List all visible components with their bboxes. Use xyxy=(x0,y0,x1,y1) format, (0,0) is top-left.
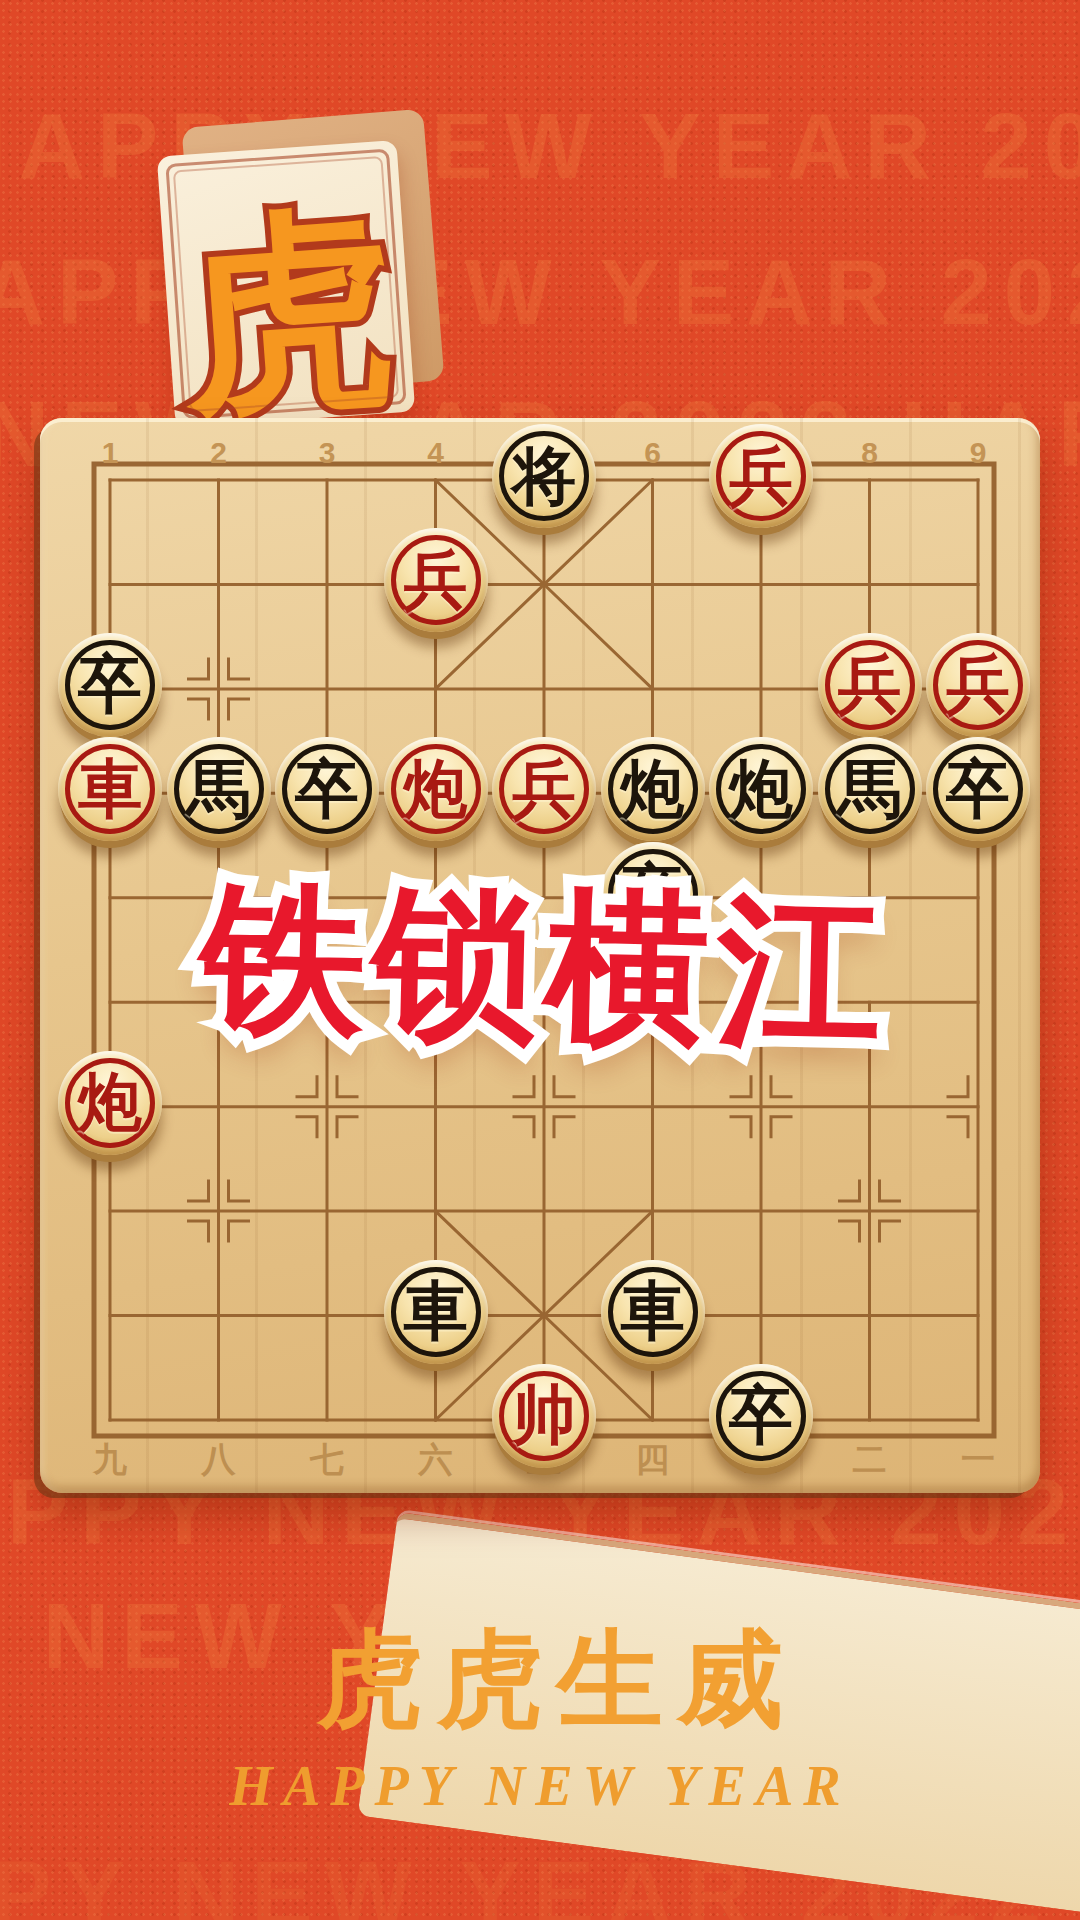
piece-glyph: 卒 xyxy=(926,737,1030,841)
piece-black-cannon[interactable]: 炮 xyxy=(601,737,705,841)
piece-red-chariot[interactable]: 車 xyxy=(58,737,162,841)
file-number-top: 1 xyxy=(88,438,132,468)
piece-red-soldier[interactable]: 兵 xyxy=(926,633,1030,737)
piece-glyph: 卒 xyxy=(275,737,379,841)
piece-black-soldier[interactable]: 卒 xyxy=(58,633,162,737)
piece-glyph: 卒 xyxy=(709,1364,813,1468)
piece-red-soldier[interactable]: 兵 xyxy=(492,737,596,841)
piece-black-chariot[interactable]: 車 xyxy=(601,1260,705,1364)
piece-glyph: 兵 xyxy=(384,528,488,632)
piece-glyph: 卒 xyxy=(58,633,162,737)
piece-black-soldier[interactable]: 卒 xyxy=(926,737,1030,841)
piece-glyph: 炮 xyxy=(709,737,813,841)
tiger-character-fill: 虎 xyxy=(175,199,401,425)
xiangqi-board[interactable]: 123456789九八七六五四三二一将兵兵卒兵兵車馬卒炮兵炮炮馬卒卒炮車車帅卒 xyxy=(40,418,1040,1493)
piece-black-horse[interactable]: 馬 xyxy=(167,737,271,841)
board-grid xyxy=(40,418,1040,1497)
piece-black-soldier[interactable]: 卒 xyxy=(601,842,705,946)
rank-label-bottom: 八 xyxy=(195,1442,243,1476)
tiger-character-outline: 虎 xyxy=(175,199,401,425)
piece-glyph: 車 xyxy=(58,737,162,841)
file-number-top: 6 xyxy=(631,438,675,468)
piece-black-soldier[interactable]: 卒 xyxy=(709,1364,813,1468)
piece-black-cannon[interactable]: 炮 xyxy=(709,737,813,841)
piece-red-soldier[interactable]: 兵 xyxy=(709,424,813,528)
footer-chinese-greeting: 虎虎生威 xyxy=(17,1626,1080,1732)
piece-glyph: 車 xyxy=(384,1260,488,1364)
piece-red-soldier[interactable]: 兵 xyxy=(384,528,488,632)
piece-red-cannon[interactable]: 炮 xyxy=(384,737,488,841)
piece-glyph: 兵 xyxy=(818,633,922,737)
rank-label-bottom: 七 xyxy=(303,1442,351,1476)
piece-glyph: 馬 xyxy=(167,737,271,841)
piece-black-king[interactable]: 将 xyxy=(492,424,596,528)
piece-black-soldier[interactable]: 卒 xyxy=(275,737,379,841)
piece-glyph: 炮 xyxy=(601,737,705,841)
rank-label-bottom: 九 xyxy=(86,1442,134,1476)
file-number-top: 4 xyxy=(414,438,458,468)
piece-glyph: 炮 xyxy=(58,1051,162,1155)
piece-red-cannon[interactable]: 炮 xyxy=(58,1051,162,1155)
piece-glyph: 帅 xyxy=(492,1364,596,1468)
piece-black-chariot[interactable]: 車 xyxy=(384,1260,488,1364)
piece-glyph: 炮 xyxy=(384,737,488,841)
rank-label-bottom: 四 xyxy=(629,1442,677,1476)
piece-glyph: 兵 xyxy=(492,737,596,841)
page: HAPPY NEW YEAR 2022 HAPPY NEW YEAR 2022H… xyxy=(0,0,1080,1920)
rank-label-bottom: 一 xyxy=(954,1442,1002,1476)
piece-glyph: 兵 xyxy=(709,424,813,528)
piece-glyph: 馬 xyxy=(818,737,922,841)
watermark-text: HAPPY NEW YEAR 2022 HAPPY NEW YEAR 2022 xyxy=(0,246,1080,338)
file-number-top: 9 xyxy=(956,438,1000,468)
piece-glyph: 卒 xyxy=(601,842,705,946)
piece-glyph: 将 xyxy=(492,424,596,528)
rank-label-bottom: 六 xyxy=(412,1442,460,1476)
piece-red-king[interactable]: 帅 xyxy=(492,1364,596,1468)
piece-red-soldier[interactable]: 兵 xyxy=(818,633,922,737)
tiger-character: 虎 虎 xyxy=(157,140,415,428)
piece-glyph: 兵 xyxy=(926,633,1030,737)
piece-black-horse[interactable]: 馬 xyxy=(818,737,922,841)
piece-glyph: 車 xyxy=(601,1260,705,1364)
file-number-top: 3 xyxy=(305,438,349,468)
rank-label-bottom: 二 xyxy=(846,1442,894,1476)
tiger-card: 虎 虎 xyxy=(157,140,415,428)
file-number-top: 8 xyxy=(848,438,892,468)
file-number-top: 2 xyxy=(197,438,241,468)
footer-english-greeting: HAPPY NEW YEAR xyxy=(0,1758,1080,1814)
